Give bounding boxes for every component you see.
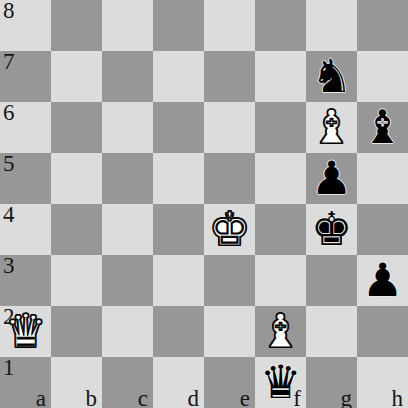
square-d6[interactable] <box>153 102 204 153</box>
square-h3[interactable]: ♟ <box>357 255 408 306</box>
square-e2[interactable] <box>204 306 255 357</box>
square-e1[interactable]: e <box>204 357 255 408</box>
square-b8[interactable] <box>51 0 102 51</box>
square-f6[interactable] <box>255 102 306 153</box>
file-label-h: h <box>392 387 404 408</box>
square-a6[interactable]: 6 <box>0 102 51 153</box>
file-label-d: d <box>188 387 200 408</box>
square-f1[interactable]: f♛ <box>255 357 306 408</box>
rank-label-7: 7 <box>3 50 15 73</box>
square-e5[interactable] <box>204 153 255 204</box>
file-label-c: c <box>138 387 148 408</box>
piece-black-king-g4[interactable]: ♚ <box>311 204 352 255</box>
piece-white-bishop-g6[interactable]: ♝ <box>311 102 352 153</box>
piece-white-king-e4[interactable]: ♚ <box>209 204 250 255</box>
square-h5[interactable] <box>357 153 408 204</box>
square-d7[interactable] <box>153 51 204 102</box>
piece-white-bishop-f2[interactable]: ♝ <box>260 306 301 357</box>
square-f3[interactable] <box>255 255 306 306</box>
square-g6[interactable]: ♝ <box>306 102 357 153</box>
square-e6[interactable] <box>204 102 255 153</box>
piece-white-queen-a2[interactable]: ♛ <box>5 306 46 357</box>
square-g4[interactable]: ♚ <box>306 204 357 255</box>
square-c6[interactable] <box>102 102 153 153</box>
rank-label-6: 6 <box>3 101 15 124</box>
square-d4[interactable] <box>153 204 204 255</box>
square-b5[interactable] <box>51 153 102 204</box>
square-f4[interactable] <box>255 204 306 255</box>
square-g5[interactable]: ♟ <box>306 153 357 204</box>
square-g1[interactable]: g <box>306 357 357 408</box>
square-f2[interactable]: ♝ <box>255 306 306 357</box>
square-b4[interactable] <box>51 204 102 255</box>
piece-black-knight-g7[interactable]: ♞ <box>311 51 352 102</box>
square-g8[interactable] <box>306 0 357 51</box>
square-b2[interactable] <box>51 306 102 357</box>
square-b3[interactable] <box>51 255 102 306</box>
square-d3[interactable] <box>153 255 204 306</box>
square-e4[interactable]: ♚ <box>204 204 255 255</box>
square-h7[interactable] <box>357 51 408 102</box>
square-a4[interactable]: 4 <box>0 204 51 255</box>
square-f7[interactable] <box>255 51 306 102</box>
square-g7[interactable]: ♞ <box>306 51 357 102</box>
square-b7[interactable] <box>51 51 102 102</box>
square-a2[interactable]: 2♛ <box>0 306 51 357</box>
square-e3[interactable] <box>204 255 255 306</box>
chess-diagram: 87♞6♝♝5♟4♚♚3♟2♛♝1abcdef♛gh <box>0 0 408 408</box>
square-c8[interactable] <box>102 0 153 51</box>
square-b1[interactable]: b <box>51 357 102 408</box>
square-f5[interactable] <box>255 153 306 204</box>
file-label-e: e <box>240 387 250 408</box>
square-a7[interactable]: 7 <box>0 51 51 102</box>
square-c3[interactable] <box>102 255 153 306</box>
file-label-g: g <box>341 387 353 408</box>
rank-label-5: 5 <box>3 152 15 175</box>
square-h8[interactable] <box>357 0 408 51</box>
piece-black-bishop-h6[interactable]: ♝ <box>362 102 403 153</box>
piece-black-pawn-h3[interactable]: ♟ <box>362 255 403 306</box>
square-g2[interactable] <box>306 306 357 357</box>
file-label-a: a <box>36 387 46 408</box>
square-g3[interactable] <box>306 255 357 306</box>
piece-black-queen-f1[interactable]: ♛ <box>260 357 301 408</box>
rank-label-1: 1 <box>3 356 15 379</box>
square-c4[interactable] <box>102 204 153 255</box>
square-h4[interactable] <box>357 204 408 255</box>
square-e8[interactable] <box>204 0 255 51</box>
square-c2[interactable] <box>102 306 153 357</box>
square-e7[interactable] <box>204 51 255 102</box>
square-h6[interactable]: ♝ <box>357 102 408 153</box>
square-d1[interactable]: d <box>153 357 204 408</box>
square-d2[interactable] <box>153 306 204 357</box>
square-c7[interactable] <box>102 51 153 102</box>
square-b6[interactable] <box>51 102 102 153</box>
square-f8[interactable] <box>255 0 306 51</box>
square-a3[interactable]: 3 <box>0 255 51 306</box>
square-d5[interactable] <box>153 153 204 204</box>
square-h2[interactable] <box>357 306 408 357</box>
rank-label-8: 8 <box>3 0 15 22</box>
square-c1[interactable]: c <box>102 357 153 408</box>
rank-label-3: 3 <box>3 254 15 277</box>
square-h1[interactable]: h <box>357 357 408 408</box>
rank-label-4: 4 <box>3 203 15 226</box>
square-d8[interactable] <box>153 0 204 51</box>
piece-black-pawn-g5[interactable]: ♟ <box>311 153 352 204</box>
square-a5[interactable]: 5 <box>0 153 51 204</box>
chess-board: 87♞6♝♝5♟4♚♚3♟2♛♝1abcdef♛gh <box>0 0 408 408</box>
square-a8[interactable]: 8 <box>0 0 51 51</box>
square-a1[interactable]: 1a <box>0 357 51 408</box>
square-c5[interactable] <box>102 153 153 204</box>
file-label-b: b <box>86 387 98 408</box>
